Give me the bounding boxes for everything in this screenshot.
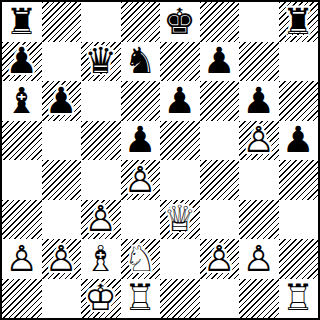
square-h6[interactable]	[279, 81, 319, 121]
square-g2[interactable]: ♟♙	[239, 239, 279, 279]
square-a3[interactable]	[2, 200, 42, 240]
piece-white-pawn: ♟♙	[121, 160, 161, 200]
piece-black-rook: ♜	[279, 2, 319, 42]
square-h1[interactable]: ♜♖	[279, 279, 319, 319]
square-c1[interactable]: ♚♔	[81, 279, 121, 319]
piece-outline: ♔	[81, 279, 121, 319]
piece-outline: ♙	[121, 160, 161, 200]
piece-outline: ♙	[239, 239, 279, 279]
square-e3[interactable]: ♛♕	[160, 200, 200, 240]
square-g7[interactable]	[239, 42, 279, 82]
piece-black-rook: ♜	[2, 2, 42, 42]
square-g5[interactable]: ♟♙	[239, 121, 279, 161]
piece-white-pawn: ♟♙	[81, 200, 121, 240]
square-a5[interactable]	[2, 121, 42, 161]
square-d8[interactable]	[121, 2, 161, 42]
piece-white-pawn: ♟♙	[239, 239, 279, 279]
square-b7[interactable]	[42, 42, 82, 82]
square-a1[interactable]	[2, 279, 42, 319]
square-h2[interactable]	[279, 239, 319, 279]
piece-outline: ♙	[42, 239, 82, 279]
piece-black-pawn: ♟	[279, 121, 319, 161]
square-d3[interactable]	[121, 200, 161, 240]
square-e7[interactable]	[160, 42, 200, 82]
square-d6[interactable]	[121, 81, 161, 121]
piece-outline: ♖	[121, 279, 161, 319]
square-d2[interactable]: ♞♘	[121, 239, 161, 279]
piece-white-pawn: ♟♙	[200, 239, 240, 279]
square-g3[interactable]	[239, 200, 279, 240]
square-b8[interactable]	[42, 2, 82, 42]
square-g1[interactable]	[239, 279, 279, 319]
piece-white-pawn: ♟♙	[239, 121, 279, 161]
square-f8[interactable]	[200, 2, 240, 42]
piece-outline: ♕	[160, 200, 200, 240]
square-b3[interactable]	[42, 200, 82, 240]
piece-outline: ♖	[279, 279, 319, 319]
piece-fill: ♚	[160, 2, 200, 42]
square-d1[interactable]: ♜♖	[121, 279, 161, 319]
square-a7[interactable]: ♟	[2, 42, 42, 82]
piece-white-pawn: ♟♙	[2, 239, 42, 279]
piece-fill: ♟	[239, 81, 279, 121]
piece-outline: ♙	[2, 239, 42, 279]
square-a8[interactable]: ♜	[2, 2, 42, 42]
piece-black-pawn: ♟	[2, 42, 42, 82]
square-d5[interactable]: ♟	[121, 121, 161, 161]
piece-black-pawn: ♟	[121, 121, 161, 161]
piece-white-bishop: ♝♗	[81, 239, 121, 279]
square-g8[interactable]	[239, 2, 279, 42]
square-d4[interactable]: ♟♙	[121, 160, 161, 200]
piece-black-bishop: ♝	[2, 81, 42, 121]
piece-outline: ♙	[81, 200, 121, 240]
piece-fill: ♟	[42, 81, 82, 121]
piece-fill: ♟	[2, 42, 42, 82]
piece-black-pawn: ♟	[239, 81, 279, 121]
square-c6[interactable]	[81, 81, 121, 121]
square-f3[interactable]	[200, 200, 240, 240]
square-h5[interactable]: ♟	[279, 121, 319, 161]
square-b2[interactable]: ♟♙	[42, 239, 82, 279]
piece-fill: ♟	[279, 121, 319, 161]
chess-board: ♜♚♜♟♛♞♟♝♟♟♟♟♟♙♟♟♙♟♙♛♕♟♙♟♙♝♗♞♘♟♙♟♙♚♔♜♖♜♖	[0, 0, 320, 320]
square-f7[interactable]: ♟	[200, 42, 240, 82]
square-g4[interactable]	[239, 160, 279, 200]
piece-white-queen: ♛♕	[160, 200, 200, 240]
square-h8[interactable]: ♜	[279, 2, 319, 42]
piece-white-rook: ♜♖	[121, 279, 161, 319]
square-a6[interactable]: ♝	[2, 81, 42, 121]
square-f6[interactable]	[200, 81, 240, 121]
piece-white-king: ♚♔	[81, 279, 121, 319]
piece-outline: ♙	[239, 121, 279, 161]
piece-black-pawn: ♟	[200, 42, 240, 82]
piece-outline: ♗	[81, 239, 121, 279]
square-c5[interactable]	[81, 121, 121, 161]
piece-black-knight: ♞	[121, 42, 161, 82]
square-f2[interactable]: ♟♙	[200, 239, 240, 279]
piece-white-pawn: ♟♙	[42, 239, 82, 279]
piece-outline: ♘	[121, 239, 161, 279]
square-e4[interactable]	[160, 160, 200, 200]
square-c7[interactable]: ♛	[81, 42, 121, 82]
piece-fill: ♜	[279, 2, 319, 42]
square-h3[interactable]	[279, 200, 319, 240]
square-a4[interactable]	[2, 160, 42, 200]
piece-fill: ♛	[81, 42, 121, 82]
piece-fill: ♝	[2, 81, 42, 121]
square-d7[interactable]: ♞	[121, 42, 161, 82]
square-e2[interactable]	[160, 239, 200, 279]
square-a2[interactable]: ♟♙	[2, 239, 42, 279]
square-b5[interactable]	[42, 121, 82, 161]
piece-black-pawn: ♟	[42, 81, 82, 121]
square-f5[interactable]	[200, 121, 240, 161]
square-e1[interactable]	[160, 279, 200, 319]
square-h7[interactable]	[279, 42, 319, 82]
square-f1[interactable]	[200, 279, 240, 319]
square-e5[interactable]	[160, 121, 200, 161]
piece-fill: ♟	[200, 42, 240, 82]
square-g6[interactable]: ♟	[239, 81, 279, 121]
square-b4[interactable]	[42, 160, 82, 200]
piece-outline: ♙	[200, 239, 240, 279]
piece-black-pawn: ♟	[160, 81, 200, 121]
square-e8[interactable]: ♚	[160, 2, 200, 42]
piece-fill: ♜	[2, 2, 42, 42]
piece-fill: ♟	[121, 121, 161, 161]
square-c2[interactable]: ♝♗	[81, 239, 121, 279]
piece-black-king: ♚	[160, 2, 200, 42]
piece-white-knight: ♞♘	[121, 239, 161, 279]
piece-fill: ♞	[121, 42, 161, 82]
square-c3[interactable]: ♟♙	[81, 200, 121, 240]
square-c8[interactable]	[81, 2, 121, 42]
square-c4[interactable]	[81, 160, 121, 200]
square-h4[interactable]	[279, 160, 319, 200]
square-b1[interactable]	[42, 279, 82, 319]
piece-black-queen: ♛	[81, 42, 121, 82]
piece-fill: ♟	[160, 81, 200, 121]
piece-white-rook: ♜♖	[279, 279, 319, 319]
square-e6[interactable]: ♟	[160, 81, 200, 121]
square-b6[interactable]: ♟	[42, 81, 82, 121]
square-f4[interactable]	[200, 160, 240, 200]
